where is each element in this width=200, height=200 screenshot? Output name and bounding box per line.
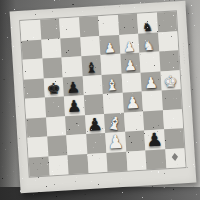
piece-white-pawn-f6: ♟ <box>124 58 137 73</box>
square-e5: ♝ <box>102 73 123 94</box>
square-e8 <box>98 15 119 36</box>
piece-black-bishop-d6: ♝ <box>85 61 98 76</box>
chessboard-photo: ♞♟♟♞♝♟♚♟♝♟♚♟♟♟♝♟♟♦ ········ <box>0 0 200 200</box>
square-f7: ♟ <box>119 33 140 54</box>
square-d6: ♝ <box>81 55 102 76</box>
square-d3: ♟ <box>85 113 106 134</box>
piece-white-bishop-e3: ♝ <box>105 114 123 134</box>
square-f8 <box>118 14 139 35</box>
square-c1 <box>67 154 88 175</box>
square-f3 <box>123 111 144 132</box>
square-f4: ♟ <box>122 92 143 113</box>
square-d5 <box>82 75 103 96</box>
piece-white-pawn-f7: ♟ <box>123 40 136 54</box>
square-b8 <box>40 19 61 40</box>
square-a4 <box>25 98 46 119</box>
square-e1 <box>106 151 127 172</box>
chess-board: ♞♟♟♞♝♟♚♟♝♟♚♟♟♟♝♟♟♦ <box>20 11 185 176</box>
square-c5: ♟ <box>63 76 84 97</box>
square-a7 <box>21 39 42 60</box>
square-b1 <box>48 155 69 176</box>
piece-black-pawn-c5: ♟ <box>66 80 81 96</box>
square-b6 <box>42 57 63 78</box>
square-a2 <box>27 137 48 158</box>
square-e3: ♝ <box>104 112 125 133</box>
square-h2 <box>164 128 185 149</box>
square-d7 <box>80 36 101 57</box>
square-d8 <box>79 16 100 37</box>
square-c7 <box>60 37 81 58</box>
piece-black-pawn-d3: ♟ <box>87 116 104 134</box>
square-c8 <box>59 17 80 38</box>
square-b3 <box>46 116 67 137</box>
square-b5: ♚ <box>43 77 64 98</box>
square-d2 <box>86 133 107 154</box>
piece-white-king-h5: ♚ <box>163 74 178 90</box>
square-h3 <box>162 109 183 130</box>
square-b2 <box>47 135 68 156</box>
square-b4 <box>44 96 65 117</box>
piece-white-pawn-g5: ♟ <box>144 75 159 91</box>
square-h7 <box>158 31 179 52</box>
square-e2: ♟ <box>105 132 126 153</box>
square-h1: ♦ <box>165 148 186 169</box>
square-a1 <box>29 156 50 177</box>
board-mat: ♞♟♟♞♝♟♚♟♝♟♚♟♟♟♝♟♟♦ ········ <box>10 1 197 193</box>
square-d4 <box>83 94 104 115</box>
square-c4: ♟ <box>64 95 85 116</box>
square-g1 <box>145 149 166 170</box>
square-f5 <box>121 72 142 93</box>
square-f6: ♟ <box>120 53 141 74</box>
square-c3 <box>65 115 86 136</box>
piece-white-bishop-e5: ♝ <box>105 78 120 94</box>
square-h4 <box>161 89 182 110</box>
square-f1 <box>126 150 147 171</box>
square-e7: ♟ <box>99 34 120 55</box>
square-g8: ♞ <box>137 13 158 34</box>
square-c2 <box>66 134 87 155</box>
piece-white-pawn-e7: ♟ <box>104 41 117 55</box>
square-g5: ♟ <box>141 71 162 92</box>
square-a8 <box>20 20 41 41</box>
square-a6 <box>23 59 44 80</box>
square-g3 <box>143 110 164 131</box>
square-g7: ♞ <box>138 32 159 53</box>
square-g4 <box>142 90 163 111</box>
piece-white-knight-g7: ♞ <box>142 39 155 53</box>
square-a5 <box>24 78 45 99</box>
square-b7 <box>41 38 62 59</box>
piece-white-pawn-e2: ♟ <box>107 133 124 152</box>
square-g2: ♟ <box>144 129 165 150</box>
square-h6 <box>159 50 180 71</box>
square-g6 <box>139 52 160 73</box>
piece-black-king-b5: ♚ <box>46 81 61 97</box>
piece-white-pawn-f4: ♟ <box>125 95 140 112</box>
piece-black-pawn-g2: ♟ <box>146 131 163 150</box>
square-f2 <box>125 131 146 152</box>
board-logo-emblem: ♦ <box>170 152 181 164</box>
square-h8 <box>156 11 177 32</box>
piece-black-knight-g8: ♞ <box>142 20 153 33</box>
piece-black-pawn-c4: ♟ <box>67 99 82 116</box>
square-e4 <box>103 93 124 114</box>
square-h5: ♚ <box>160 70 181 91</box>
board-edge-marking: ········ <box>181 43 187 65</box>
square-c6 <box>62 56 83 77</box>
square-a3 <box>26 117 47 138</box>
square-d1 <box>87 152 108 173</box>
square-e6 <box>100 54 121 75</box>
